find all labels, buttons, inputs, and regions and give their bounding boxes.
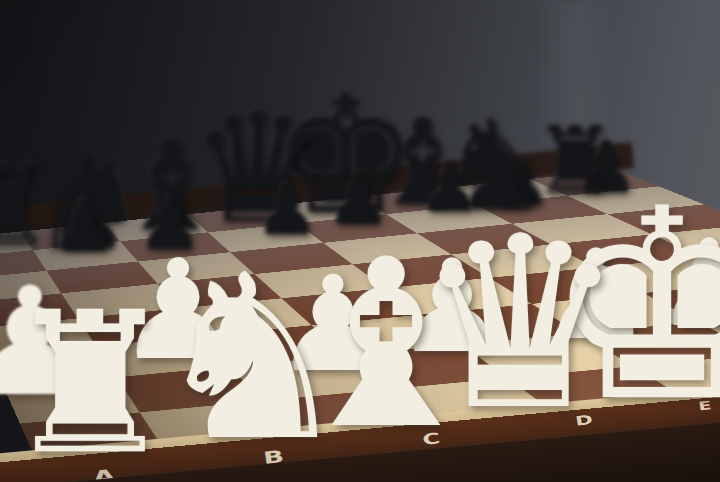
file-label-C: C (421, 431, 442, 448)
chess-photo: ABCDE ♜♞♝♛♚♝♟♟♟♟♟♟♟♟♟♟♟♟♟♜♞♝♛♚♝♞♜ (0, 0, 720, 482)
file-label-D: D (574, 413, 594, 428)
file-label-E: E (698, 399, 714, 412)
